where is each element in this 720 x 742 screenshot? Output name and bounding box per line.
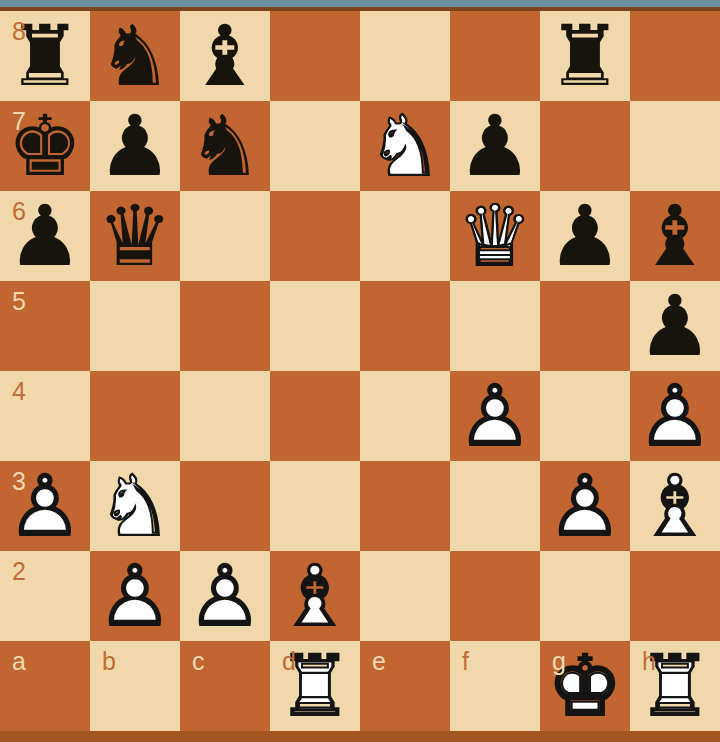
top-bar [0, 0, 720, 7]
black-knight-piece[interactable]: ♞ [180, 101, 270, 191]
square-e4[interactable] [360, 371, 450, 461]
rank-label-4: 4 [12, 376, 26, 406]
square-f5[interactable] [450, 281, 540, 371]
square-c8[interactable]: ♝ [180, 11, 270, 101]
square-c3[interactable] [180, 461, 270, 551]
file-label-c: c [192, 646, 205, 676]
square-f3[interactable] [450, 461, 540, 551]
file-label-a: a [12, 646, 26, 676]
square-b7[interactable]: ♟ [90, 101, 180, 191]
square-b1[interactable]: b [90, 641, 180, 731]
file-label-d: d [282, 646, 296, 676]
square-c7[interactable]: ♞ [180, 101, 270, 191]
square-g5[interactable] [540, 281, 630, 371]
piece-glyph: ♛ [90, 191, 180, 281]
square-c5[interactable] [180, 281, 270, 371]
piece-outline: ♕ [450, 191, 540, 281]
square-d4[interactable] [270, 371, 360, 461]
white-pawn-piece[interactable]: ♟♙ [630, 371, 720, 461]
file-label-g: g [552, 646, 566, 676]
square-h1[interactable]: h♜♖ [630, 641, 720, 731]
square-g4[interactable] [540, 371, 630, 461]
piece-glyph: ♟ [630, 281, 720, 371]
chess-board: 8♜♞♝♜7♚♟♞♞♘♟6♟♛♛♕♟♝5♟4♟♙♟♙3♟♙♞♘♟♙♝♗2♟♙♟♙… [0, 11, 720, 731]
piece-outline: ♙ [450, 371, 540, 461]
square-e1[interactable]: e [360, 641, 450, 731]
square-c4[interactable] [180, 371, 270, 461]
square-b6[interactable]: ♛ [90, 191, 180, 281]
piece-outline: ♗ [270, 551, 360, 641]
file-label-e: e [372, 646, 386, 676]
white-queen-piece[interactable]: ♛♕ [450, 191, 540, 281]
square-e7[interactable]: ♞♘ [360, 101, 450, 191]
rank-label-7: 7 [12, 106, 26, 136]
white-bishop-piece[interactable]: ♝♗ [270, 551, 360, 641]
square-b3[interactable]: ♞♘ [90, 461, 180, 551]
rank-label-8: 8 [12, 16, 26, 46]
chess-app-screen: 8♜♞♝♜7♚♟♞♞♘♟6♟♛♛♕♟♝5♟4♟♙♟♙3♟♙♞♘♟♙♝♗2♟♙♟♙… [0, 0, 720, 742]
rank-label-6: 6 [12, 196, 26, 226]
piece-outline: ♙ [540, 461, 630, 551]
square-a7[interactable]: 7♚ [0, 101, 90, 191]
square-h2[interactable] [630, 551, 720, 641]
square-d1[interactable]: d♜♖ [270, 641, 360, 731]
square-h6[interactable]: ♝ [630, 191, 720, 281]
black-bishop-piece[interactable]: ♝ [630, 191, 720, 281]
square-a4[interactable]: 4 [0, 371, 90, 461]
black-queen-piece[interactable]: ♛ [90, 191, 180, 281]
black-pawn-piece[interactable]: ♟ [90, 101, 180, 191]
piece-glyph: ♝ [630, 191, 720, 281]
square-f2[interactable] [450, 551, 540, 641]
piece-outline: ♘ [90, 461, 180, 551]
square-e8[interactable] [360, 11, 450, 101]
square-a1[interactable]: a [0, 641, 90, 731]
square-h4[interactable]: ♟♙ [630, 371, 720, 461]
white-pawn-piece[interactable]: ♟♙ [180, 551, 270, 641]
square-f8[interactable] [450, 11, 540, 101]
white-knight-piece[interactable]: ♞♘ [360, 101, 450, 191]
file-label-h: h [642, 646, 656, 676]
square-g7[interactable] [540, 101, 630, 191]
square-d8[interactable] [270, 11, 360, 101]
white-pawn-piece[interactable]: ♟♙ [450, 371, 540, 461]
square-c1[interactable]: c [180, 641, 270, 731]
piece-glyph: ♟ [450, 101, 540, 191]
rank-label-2: 2 [12, 556, 26, 586]
piece-glyph: ♝ [180, 11, 270, 101]
square-e6[interactable] [360, 191, 450, 281]
square-a2[interactable]: 2 [0, 551, 90, 641]
square-g3[interactable]: ♟♙ [540, 461, 630, 551]
square-a8[interactable]: 8♜ [0, 11, 90, 101]
square-c6[interactable] [180, 191, 270, 281]
square-d2[interactable]: ♝♗ [270, 551, 360, 641]
white-pawn-piece[interactable]: ♟♙ [540, 461, 630, 551]
piece-glyph: ♟ [90, 101, 180, 191]
square-b2[interactable]: ♟♙ [90, 551, 180, 641]
square-d5[interactable] [270, 281, 360, 371]
square-a3[interactable]: 3♟♙ [0, 461, 90, 551]
square-g8[interactable]: ♜ [540, 11, 630, 101]
piece-outline: ♘ [360, 101, 450, 191]
rank-label-5: 5 [12, 286, 26, 316]
square-f1[interactable]: f [450, 641, 540, 731]
square-h3[interactable]: ♝♗ [630, 461, 720, 551]
black-pawn-piece[interactable]: ♟ [630, 281, 720, 371]
square-h7[interactable] [630, 101, 720, 191]
black-rook-piece[interactable]: ♜ [540, 11, 630, 101]
square-b5[interactable] [90, 281, 180, 371]
piece-outline: ♙ [630, 371, 720, 461]
piece-outline: ♙ [90, 551, 180, 641]
square-b4[interactable] [90, 371, 180, 461]
white-bishop-piece[interactable]: ♝♗ [630, 461, 720, 551]
square-e5[interactable] [360, 281, 450, 371]
square-d3[interactable] [270, 461, 360, 551]
square-a6[interactable]: 6♟ [0, 191, 90, 281]
square-f7[interactable]: ♟ [450, 101, 540, 191]
black-pawn-piece[interactable]: ♟ [540, 191, 630, 281]
square-f4[interactable]: ♟♙ [450, 371, 540, 461]
white-pawn-piece[interactable]: ♟♙ [90, 551, 180, 641]
square-d6[interactable] [270, 191, 360, 281]
square-e2[interactable] [360, 551, 450, 641]
piece-glyph: ♞ [90, 11, 180, 101]
square-g1[interactable]: g♚♔ [540, 641, 630, 731]
piece-glyph: ♜ [540, 11, 630, 101]
black-knight-piece[interactable]: ♞ [90, 11, 180, 101]
file-label-b: b [102, 646, 116, 676]
square-h8[interactable] [630, 11, 720, 101]
square-g2[interactable] [540, 551, 630, 641]
square-h5[interactable]: ♟ [630, 281, 720, 371]
piece-outline: ♗ [630, 461, 720, 551]
white-knight-piece[interactable]: ♞♘ [90, 461, 180, 551]
black-bishop-piece[interactable]: ♝ [180, 11, 270, 101]
square-e3[interactable] [360, 461, 450, 551]
square-f6[interactable]: ♛♕ [450, 191, 540, 281]
square-d7[interactable] [270, 101, 360, 191]
piece-glyph: ♞ [180, 101, 270, 191]
square-c2[interactable]: ♟♙ [180, 551, 270, 641]
square-a5[interactable]: 5 [0, 281, 90, 371]
file-label-f: f [462, 646, 469, 676]
rank-label-3: 3 [12, 466, 26, 496]
piece-glyph: ♟ [540, 191, 630, 281]
piece-outline: ♙ [180, 551, 270, 641]
black-pawn-piece[interactable]: ♟ [450, 101, 540, 191]
square-b8[interactable]: ♞ [90, 11, 180, 101]
square-g6[interactable]: ♟ [540, 191, 630, 281]
